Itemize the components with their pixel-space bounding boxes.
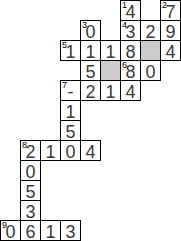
clue-number-8: 8 xyxy=(22,140,27,150)
cell-digit: 2 xyxy=(145,23,155,41)
grid-cell-r1c8[interactable]: 9 xyxy=(160,20,181,41)
grid-cell-r2c3[interactable]: 51 xyxy=(60,40,81,61)
grid-cell-r2c4[interactable]: 1 xyxy=(80,40,101,61)
grid-cell-r2c8[interactable]: 4 xyxy=(160,40,181,61)
grid-cell-r10c1[interactable]: 3 xyxy=(20,200,41,221)
grid-cell-r0c6[interactable]: 14 xyxy=(120,0,141,21)
cell-digit: 1 xyxy=(85,43,95,61)
cell-digit: 4 xyxy=(165,43,175,61)
grid-cell-r9c1[interactable]: 5 xyxy=(20,180,41,201)
clue-number-6: 6 xyxy=(122,60,127,70)
cell-digit: 1 xyxy=(105,43,115,61)
clue-number-3: 3 xyxy=(82,20,87,30)
grid-cell-r6c3[interactable]: 5 xyxy=(60,120,81,141)
grid-cell-r1c7[interactable]: 2 xyxy=(140,20,161,41)
grid-cell-r2c5[interactable]: 1 xyxy=(100,40,121,61)
cell-digit: 4 xyxy=(125,83,135,101)
grid-cell-r4c5[interactable]: 1 xyxy=(100,80,121,101)
grid-cell-r5c3[interactable]: 1 xyxy=(60,100,81,121)
grid-cell-r0c8[interactable]: 27 xyxy=(160,0,181,21)
cell-digit: 9 xyxy=(165,23,175,41)
cell-digit: 5 xyxy=(65,123,75,141)
cell-digit: 6 xyxy=(25,223,35,241)
grid-cell-r1c4[interactable]: 30 xyxy=(80,20,101,41)
grid-cell-r11c1[interactable]: 6 xyxy=(20,220,41,241)
grid-cell-r7c2[interactable]: 1 xyxy=(40,140,61,161)
cell-digit: 1 xyxy=(45,143,55,161)
cell-digit: 2 xyxy=(85,83,95,101)
blocked-cell-r3c5 xyxy=(100,60,121,81)
cell-digit: 3 xyxy=(25,203,35,221)
grid-cell-r2c6[interactable]: 8 xyxy=(120,40,141,61)
grid-cell-r1c6[interactable]: 43 xyxy=(120,20,141,41)
grid-cell-r3c4[interactable]: 5 xyxy=(80,60,101,81)
grid-cell-r4c6[interactable]: 4 xyxy=(120,80,141,101)
cell-digit: 1 xyxy=(45,223,55,241)
puzzle-board: 142730432951118456807-214158210405390613 xyxy=(0,0,181,241)
cell-digit: 0 xyxy=(25,163,35,181)
clue-number-1: 1 xyxy=(122,0,127,10)
cell-digit: 4 xyxy=(85,143,95,161)
clue-number-5: 5 xyxy=(62,40,67,50)
cell-digit: 5 xyxy=(25,183,35,201)
clue-number-7: 7 xyxy=(62,80,67,90)
grid-cell-r11c2[interactable]: 1 xyxy=(40,220,61,241)
grid-cell-r7c1[interactable]: 82 xyxy=(20,140,41,161)
cell-digit: 1 xyxy=(65,103,75,121)
cell-digit: - xyxy=(68,83,74,101)
grid-cell-r3c6[interactable]: 68 xyxy=(120,60,141,81)
cell-digit: 0 xyxy=(145,63,155,81)
blocked-cell-r2c7 xyxy=(140,40,161,61)
grid-cell-r8c1[interactable]: 0 xyxy=(20,160,41,181)
cell-digit: 5 xyxy=(85,63,95,81)
clue-number-4: 4 xyxy=(122,20,127,30)
grid-cell-r11c0[interactable]: 90 xyxy=(0,220,21,241)
cell-digit: 0 xyxy=(65,143,75,161)
clue-number-2: 2 xyxy=(162,0,167,10)
grid-cell-r4c3[interactable]: 7- xyxy=(60,80,81,101)
grid-cell-r7c3[interactable]: 0 xyxy=(60,140,81,161)
cell-digit: 3 xyxy=(65,223,75,241)
cell-digit: 1 xyxy=(105,83,115,101)
grid-cell-r7c4[interactable]: 4 xyxy=(80,140,101,161)
grid-cell-r11c3[interactable]: 3 xyxy=(60,220,81,241)
grid-cell-r4c4[interactable]: 2 xyxy=(80,80,101,101)
grid-cell-r3c7[interactable]: 0 xyxy=(140,60,161,81)
clue-number-9: 9 xyxy=(2,220,7,230)
cell-digit: 8 xyxy=(125,43,135,61)
